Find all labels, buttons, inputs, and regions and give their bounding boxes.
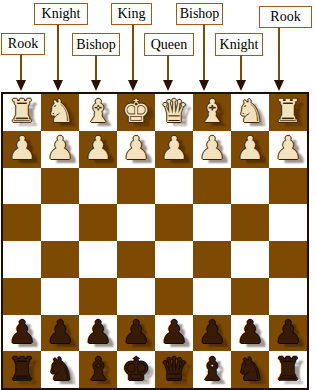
piece-white-pawn: ♟ xyxy=(236,132,265,164)
square-a5 xyxy=(269,241,307,278)
piece-white-pawn: ♟ xyxy=(274,132,303,164)
piece-white-rook: ♜ xyxy=(274,95,303,127)
square-f2: ♟ xyxy=(79,131,117,168)
square-d1: ♛ xyxy=(155,94,193,131)
piece-white-queen: ♛ xyxy=(160,95,189,127)
square-c1: ♝ xyxy=(193,94,231,131)
square-d2: ♟ xyxy=(155,131,193,168)
square-h3 xyxy=(3,168,41,205)
piece-white-knight: ♞ xyxy=(46,95,75,127)
square-e7: ♟ xyxy=(117,315,155,352)
square-f7: ♟ xyxy=(79,315,117,352)
piece-white-pawn: ♟ xyxy=(198,132,227,164)
square-d7: ♟ xyxy=(155,315,193,352)
piece-black-queen: ♛ xyxy=(160,353,189,385)
square-h5 xyxy=(3,241,41,278)
piece-label-rook: Rook xyxy=(1,33,45,55)
square-c8: ♝ xyxy=(193,351,231,388)
square-e1: ♚ xyxy=(117,94,155,131)
piece-black-pawn: ♟ xyxy=(274,316,303,348)
square-c3 xyxy=(193,168,231,205)
square-e4 xyxy=(117,204,155,241)
callout-arrow-line xyxy=(20,54,22,81)
piece-white-king: ♚ xyxy=(122,95,151,127)
square-g5 xyxy=(41,241,79,278)
callout-arrow-line xyxy=(240,55,242,81)
chess-diagram: Rook Knight Bishop King Queen Bishop Kni… xyxy=(0,0,316,390)
square-a2: ♟ xyxy=(269,131,307,168)
square-h4 xyxy=(3,204,41,241)
arrow-down-icon xyxy=(163,80,173,91)
square-b3 xyxy=(231,168,269,205)
square-b4 xyxy=(231,204,269,241)
callout-arrow-line xyxy=(167,55,169,81)
arrow-down-icon xyxy=(199,80,209,91)
square-b2: ♟ xyxy=(231,131,269,168)
square-f4 xyxy=(79,204,117,241)
piece-black-rook: ♜ xyxy=(8,353,37,385)
square-c7: ♟ xyxy=(193,315,231,352)
piece-white-pawn: ♟ xyxy=(46,132,75,164)
square-a4 xyxy=(269,204,307,241)
square-g4 xyxy=(41,204,79,241)
callout-arrow-line xyxy=(57,24,59,81)
square-e6 xyxy=(117,278,155,315)
square-f3 xyxy=(79,168,117,205)
piece-label-knight: Knight xyxy=(215,33,263,56)
piece-black-knight: ♞ xyxy=(46,353,75,385)
piece-label-knight: Knight xyxy=(34,3,88,25)
piece-black-pawn: ♟ xyxy=(84,316,113,348)
piece-black-pawn: ♟ xyxy=(46,316,75,348)
square-c2: ♟ xyxy=(193,131,231,168)
square-a6 xyxy=(269,278,307,315)
arrow-down-icon xyxy=(236,80,246,91)
piece-black-pawn: ♟ xyxy=(198,316,227,348)
square-e3 xyxy=(117,168,155,205)
arrow-down-icon xyxy=(53,80,63,91)
arrow-down-icon xyxy=(274,80,284,91)
square-d3 xyxy=(155,168,193,205)
square-e8: ♚ xyxy=(117,351,155,388)
piece-black-pawn: ♟ xyxy=(160,316,189,348)
square-g8: ♞ xyxy=(41,351,79,388)
square-b7: ♟ xyxy=(231,315,269,352)
piece-white-pawn: ♟ xyxy=(122,132,151,164)
square-d4 xyxy=(155,204,193,241)
piece-label-king: King xyxy=(111,3,152,25)
callout-arrow-line xyxy=(203,24,205,81)
piece-white-pawn: ♟ xyxy=(84,132,113,164)
square-d5 xyxy=(155,241,193,278)
square-f1: ♝ xyxy=(79,94,117,131)
square-h7: ♟ xyxy=(3,315,41,352)
square-b6 xyxy=(231,278,269,315)
piece-black-pawn: ♟ xyxy=(8,316,37,348)
square-g7: ♟ xyxy=(41,315,79,352)
callout-arrow-line xyxy=(95,55,97,81)
square-b1: ♞ xyxy=(231,94,269,131)
square-c5 xyxy=(193,241,231,278)
piece-white-pawn: ♟ xyxy=(160,132,189,164)
square-h1: ♜ xyxy=(3,94,41,131)
piece-label-queen: Queen xyxy=(144,33,194,56)
piece-white-bishop: ♝ xyxy=(198,95,227,127)
square-d8: ♛ xyxy=(155,351,193,388)
square-h2: ♟ xyxy=(3,131,41,168)
arrow-down-icon xyxy=(16,80,26,91)
piece-black-bishop: ♝ xyxy=(84,353,113,385)
square-b5 xyxy=(231,241,269,278)
square-f6 xyxy=(79,278,117,315)
callout-arrow-line xyxy=(132,24,134,81)
piece-white-knight: ♞ xyxy=(236,95,265,127)
square-a8: ♜ xyxy=(269,351,307,388)
square-b8: ♞ xyxy=(231,351,269,388)
piece-black-pawn: ♟ xyxy=(122,316,151,348)
arrow-down-icon xyxy=(91,80,101,91)
chess-board: ♜♞♝♚♛♝♞♜♟♟♟♟♟♟♟♟♟♟♟♟♟♟♟♟♜♞♝♚♛♝♞♜ xyxy=(1,92,309,390)
square-c6 xyxy=(193,278,231,315)
square-a7: ♟ xyxy=(269,315,307,352)
piece-black-king: ♚ xyxy=(122,353,151,385)
piece-black-pawn: ♟ xyxy=(236,316,265,348)
square-e2: ♟ xyxy=(117,131,155,168)
arrow-down-icon xyxy=(128,80,138,91)
square-g1: ♞ xyxy=(41,94,79,131)
square-a1: ♜ xyxy=(269,94,307,131)
square-h6 xyxy=(3,278,41,315)
piece-white-rook: ♜ xyxy=(8,95,37,127)
piece-white-bishop: ♝ xyxy=(84,95,113,127)
callout-arrow-line xyxy=(278,27,280,81)
square-g6 xyxy=(41,278,79,315)
piece-black-knight: ♞ xyxy=(236,353,265,385)
square-f5 xyxy=(79,241,117,278)
square-h8: ♜ xyxy=(3,351,41,388)
piece-label-rook: Rook xyxy=(259,6,312,28)
square-g2: ♟ xyxy=(41,131,79,168)
square-d6 xyxy=(155,278,193,315)
piece-label-bishop: Bishop xyxy=(72,33,120,56)
piece-black-bishop: ♝ xyxy=(198,353,227,385)
piece-label-bishop: Bishop xyxy=(176,3,223,25)
square-e5 xyxy=(117,241,155,278)
piece-black-rook: ♜ xyxy=(274,353,303,385)
square-c4 xyxy=(193,204,231,241)
square-f8: ♝ xyxy=(79,351,117,388)
square-a3 xyxy=(269,168,307,205)
square-g3 xyxy=(41,168,79,205)
piece-white-pawn: ♟ xyxy=(8,132,37,164)
